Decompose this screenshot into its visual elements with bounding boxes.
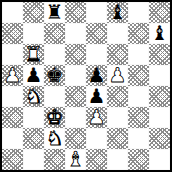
- white-knight-icon: ♞: [46, 128, 64, 149]
- square-d8[interactable]: [65, 2, 86, 23]
- square-b8[interactable]: [23, 2, 44, 23]
- square-b1[interactable]: [23, 149, 44, 170]
- square-e5[interactable]: ♟: [86, 65, 107, 86]
- square-f7[interactable]: [107, 23, 128, 44]
- square-d7[interactable]: [65, 23, 86, 44]
- square-g2[interactable]: [128, 128, 149, 149]
- square-h1[interactable]: [149, 149, 170, 170]
- square-b6[interactable]: ♜: [23, 44, 44, 65]
- white-king-icon: ♚: [46, 107, 64, 128]
- square-d6[interactable]: [65, 44, 86, 65]
- square-e8[interactable]: [86, 2, 107, 23]
- square-b7[interactable]: [23, 23, 44, 44]
- square-a3[interactable]: [2, 107, 23, 128]
- black-pawn-icon: ♟: [88, 86, 106, 107]
- square-c1[interactable]: [44, 149, 65, 170]
- square-d2[interactable]: [65, 128, 86, 149]
- square-b2[interactable]: [23, 128, 44, 149]
- chess-board-frame: ♜♝♝♜♟♟♚♟♟♞♟♚♟♞♝: [0, 0, 172, 172]
- square-h3[interactable]: [149, 107, 170, 128]
- square-f6[interactable]: [107, 44, 128, 65]
- square-e4[interactable]: ♟: [86, 86, 107, 107]
- square-b5[interactable]: ♟: [23, 65, 44, 86]
- square-e7[interactable]: [86, 23, 107, 44]
- square-g7[interactable]: [128, 23, 149, 44]
- square-e3[interactable]: ♟: [86, 107, 107, 128]
- white-pawn-icon: ♟: [88, 107, 106, 128]
- square-c4[interactable]: [44, 86, 65, 107]
- white-knight-icon: ♞: [25, 86, 43, 107]
- square-h5[interactable]: [149, 65, 170, 86]
- square-c3[interactable]: ♚: [44, 107, 65, 128]
- white-pawn-icon: ♟: [109, 65, 127, 86]
- square-b3[interactable]: [23, 107, 44, 128]
- square-e6[interactable]: [86, 44, 107, 65]
- square-d3[interactable]: [65, 107, 86, 128]
- white-rook-icon: ♜: [25, 44, 43, 65]
- square-f2[interactable]: [107, 128, 128, 149]
- square-h2[interactable]: [149, 128, 170, 149]
- square-a5[interactable]: ♟: [2, 65, 23, 86]
- square-e2[interactable]: [86, 128, 107, 149]
- square-c7[interactable]: [44, 23, 65, 44]
- square-f5[interactable]: ♟: [107, 65, 128, 86]
- square-a4[interactable]: [2, 86, 23, 107]
- square-e1[interactable]: [86, 149, 107, 170]
- square-g1[interactable]: [128, 149, 149, 170]
- square-a2[interactable]: [2, 128, 23, 149]
- square-c6[interactable]: [44, 44, 65, 65]
- square-d5[interactable]: [65, 65, 86, 86]
- square-b4[interactable]: ♞: [23, 86, 44, 107]
- square-h7[interactable]: ♝: [149, 23, 170, 44]
- square-a6[interactable]: [2, 44, 23, 65]
- square-c2[interactable]: ♞: [44, 128, 65, 149]
- black-bishop-icon: ♝: [151, 23, 169, 44]
- square-a7[interactable]: [2, 23, 23, 44]
- square-h6[interactable]: [149, 44, 170, 65]
- square-g6[interactable]: [128, 44, 149, 65]
- square-f3[interactable]: [107, 107, 128, 128]
- white-bishop-icon: ♝: [67, 149, 85, 170]
- square-g3[interactable]: [128, 107, 149, 128]
- chess-board: ♜♝♝♜♟♟♚♟♟♞♟♚♟♞♝: [2, 2, 170, 170]
- square-f1[interactable]: [107, 149, 128, 170]
- black-pawn-icon: ♟: [25, 65, 43, 86]
- square-g8[interactable]: [128, 2, 149, 23]
- square-a8[interactable]: [2, 2, 23, 23]
- square-d1[interactable]: ♝: [65, 149, 86, 170]
- square-g5[interactable]: [128, 65, 149, 86]
- square-c8[interactable]: ♜: [44, 2, 65, 23]
- black-rook-icon: ♜: [46, 2, 64, 23]
- square-a1[interactable]: [2, 149, 23, 170]
- white-pawn-icon: ♟: [4, 65, 22, 86]
- square-c5[interactable]: ♚: [44, 65, 65, 86]
- square-g4[interactable]: [128, 86, 149, 107]
- square-f4[interactable]: [107, 86, 128, 107]
- square-f8[interactable]: ♝: [107, 2, 128, 23]
- black-bishop-icon: ♝: [109, 2, 127, 23]
- square-d4[interactable]: [65, 86, 86, 107]
- black-king-icon: ♚: [46, 65, 64, 86]
- square-h8[interactable]: [149, 2, 170, 23]
- square-h4[interactable]: [149, 86, 170, 107]
- black-pawn-icon: ♟: [88, 65, 106, 86]
